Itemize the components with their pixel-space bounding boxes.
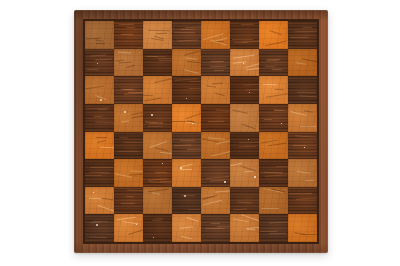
wear-mark (185, 57, 197, 60)
wear-mark (98, 204, 114, 212)
wear-mark (180, 169, 192, 170)
wear-mark (121, 89, 135, 91)
square-e1[interactable] (201, 214, 230, 242)
wear-mark (246, 67, 259, 71)
square-d4[interactable] (172, 132, 201, 160)
wear-mark (272, 69, 282, 70)
paint-speck (186, 98, 187, 99)
wear-mark (90, 167, 113, 168)
square-g3[interactable] (259, 159, 288, 187)
wear-mark (295, 136, 316, 138)
wear-mark (181, 163, 192, 166)
square-g5[interactable] (259, 104, 288, 132)
wear-mark (94, 116, 102, 117)
wear-mark (159, 60, 172, 61)
wear-mark (269, 233, 286, 234)
wear-mark (90, 222, 101, 224)
wear-mark (187, 61, 201, 64)
square-b5[interactable] (114, 104, 143, 132)
square-c1[interactable] (143, 214, 172, 242)
wear-mark (186, 112, 201, 119)
wear-mark (85, 174, 102, 175)
square-d2[interactable] (172, 187, 201, 215)
square-d6[interactable] (172, 76, 201, 104)
square-h2[interactable] (288, 187, 317, 215)
wear-mark (240, 165, 256, 171)
wear-mark (128, 228, 143, 235)
square-d3[interactable] (172, 159, 201, 187)
wear-mark (118, 151, 127, 152)
wear-mark (206, 85, 216, 87)
square-a3[interactable] (85, 159, 114, 187)
wear-mark (244, 171, 254, 173)
paint-speck (136, 224, 137, 225)
wear-mark (275, 89, 284, 90)
paint-speck (184, 195, 186, 197)
paint-speck (224, 181, 226, 183)
square-h8[interactable] (288, 21, 317, 49)
square-a7[interactable] (85, 49, 114, 77)
wear-mark (269, 222, 288, 224)
wear-mark (95, 122, 114, 124)
wear-mark (122, 221, 138, 224)
wear-mark (127, 189, 143, 191)
wear-mark (148, 30, 170, 32)
wear-mark (185, 121, 201, 126)
paint-speck (151, 114, 153, 116)
square-f6[interactable] (230, 76, 259, 104)
wear-mark (121, 203, 135, 204)
wear-mark (86, 38, 101, 40)
wear-mark (206, 228, 225, 229)
square-h5[interactable] (288, 104, 317, 132)
wear-mark (119, 137, 128, 138)
wear-mark (211, 61, 224, 62)
wear-mark (188, 208, 200, 210)
wear-mark (124, 92, 143, 94)
wear-mark (184, 50, 201, 57)
square-d5[interactable] (172, 104, 201, 132)
square-e4[interactable] (201, 132, 230, 160)
wear-mark (175, 79, 198, 81)
paint-speck (249, 92, 250, 93)
paint-speck (153, 237, 154, 238)
square-e8[interactable] (201, 21, 230, 49)
wear-mark (149, 123, 163, 125)
square-h7[interactable] (288, 49, 317, 77)
wear-mark (302, 58, 317, 63)
wear-mark (127, 151, 139, 153)
wear-mark (294, 232, 305, 235)
wear-mark (241, 214, 259, 222)
wear-mark (189, 88, 201, 89)
square-c7[interactable] (143, 49, 172, 77)
wear-mark (152, 220, 162, 221)
square-c6[interactable] (143, 76, 172, 104)
wear-mark (237, 202, 252, 204)
square-h6[interactable] (288, 76, 317, 104)
wear-mark (128, 92, 143, 93)
wear-mark (233, 209, 247, 211)
wear-mark (155, 147, 169, 152)
square-g1[interactable] (259, 214, 288, 242)
wear-mark (247, 229, 255, 230)
wear-mark (276, 166, 288, 167)
wear-mark (95, 95, 107, 100)
wear-mark (178, 40, 198, 42)
square-c3[interactable] (143, 159, 172, 187)
square-g2[interactable] (259, 187, 288, 215)
square-b4[interactable] (114, 132, 143, 160)
wear-mark (265, 66, 275, 68)
square-f5[interactable] (230, 104, 259, 132)
wear-mark (117, 217, 136, 221)
wear-mark (182, 194, 195, 195)
square-f3[interactable] (230, 159, 259, 187)
board-inner-border (83, 19, 319, 244)
square-d7[interactable] (172, 49, 201, 77)
wear-mark (90, 55, 106, 57)
board-squares-grid (85, 21, 317, 242)
wear-mark (210, 40, 227, 46)
square-f1[interactable] (230, 214, 259, 242)
wear-mark (266, 60, 279, 62)
wear-mark (211, 223, 220, 224)
wear-mark (268, 143, 286, 147)
wear-mark (154, 35, 164, 39)
wear-mark (271, 188, 286, 192)
wear-mark (172, 121, 194, 122)
wear-mark (124, 89, 132, 90)
wear-mark (304, 110, 313, 112)
wear-mark (155, 171, 167, 172)
paint-speck (281, 123, 282, 124)
wear-mark (90, 171, 110, 173)
square-a4[interactable] (85, 132, 114, 160)
square-f2[interactable] (230, 187, 259, 215)
wear-mark (148, 178, 167, 180)
wear-mark (119, 24, 134, 25)
wear-mark (160, 180, 172, 181)
wear-mark (246, 88, 259, 90)
wear-mark (150, 141, 167, 148)
paint-speck (180, 167, 182, 169)
wear-mark (206, 176, 229, 179)
wear-mark (116, 59, 125, 61)
wear-mark (232, 110, 247, 114)
wear-mark (151, 38, 164, 41)
wear-mark (95, 39, 103, 41)
wear-mark (264, 119, 272, 120)
wear-mark (185, 27, 201, 28)
wear-mark (126, 65, 135, 68)
square-b3[interactable] (114, 159, 143, 187)
wear-mark (244, 84, 259, 86)
square-e3[interactable] (201, 159, 230, 187)
wear-mark (216, 109, 230, 111)
wear-mark (266, 94, 288, 99)
square-e2[interactable] (201, 187, 230, 215)
photo-background (0, 0, 400, 266)
wear-mark (214, 70, 224, 71)
wear-mark (263, 188, 283, 193)
square-b1[interactable] (114, 214, 143, 242)
wear-mark (87, 69, 98, 71)
wear-mark (147, 55, 166, 57)
wear-mark (215, 41, 224, 43)
wear-mark (86, 86, 103, 90)
wear-mark (158, 58, 172, 59)
wear-mark (239, 142, 259, 143)
wear-mark (246, 61, 259, 68)
wear-mark (98, 109, 107, 110)
wear-mark (131, 115, 143, 119)
square-e6[interactable] (201, 76, 230, 104)
wear-mark (264, 171, 283, 173)
wear-mark (270, 30, 282, 35)
wear-mark (261, 208, 279, 209)
wear-mark (145, 122, 163, 124)
wear-mark (174, 144, 191, 146)
wear-mark (216, 139, 230, 145)
wear-mark (89, 236, 108, 238)
wear-mark (202, 138, 219, 142)
wear-mark (149, 182, 172, 185)
wear-mark (96, 137, 107, 138)
wear-mark (96, 43, 105, 44)
wear-mark (131, 110, 143, 115)
wear-mark (233, 61, 246, 64)
square-a6[interactable] (85, 76, 114, 104)
wear-mark (274, 109, 288, 111)
square-b8[interactable] (114, 21, 143, 49)
wear-mark (130, 171, 143, 173)
wear-mark (119, 62, 131, 64)
wear-mark (143, 95, 153, 96)
wear-mark (148, 188, 169, 192)
wear-mark (232, 39, 253, 40)
square-h3[interactable] (288, 159, 317, 187)
paint-speck (96, 224, 98, 226)
wear-mark (181, 236, 192, 240)
square-h4[interactable] (288, 132, 317, 160)
wear-mark (293, 145, 306, 146)
wear-mark (212, 83, 223, 85)
paint-speck (243, 63, 244, 64)
wear-mark (215, 37, 228, 41)
square-d8[interactable] (172, 21, 201, 49)
wear-mark (300, 126, 316, 127)
square-c4[interactable] (143, 132, 172, 160)
wear-mark (187, 120, 201, 127)
square-b6[interactable] (114, 76, 143, 104)
wear-mark (189, 81, 201, 82)
wear-mark (215, 92, 225, 96)
wear-mark (95, 58, 112, 60)
wear-mark (86, 108, 109, 110)
wear-mark (301, 126, 313, 127)
wear-mark (210, 180, 225, 182)
wear-mark (93, 221, 108, 222)
wear-mark (145, 121, 157, 123)
wear-mark (296, 197, 317, 199)
wear-mark (160, 151, 172, 155)
wear-mark (290, 111, 306, 116)
wear-mark (126, 196, 134, 197)
square-a2[interactable] (85, 187, 114, 215)
wear-mark (156, 33, 167, 34)
wear-mark (241, 24, 254, 26)
wear-mark (203, 199, 222, 204)
square-f7[interactable] (230, 49, 259, 77)
wear-mark (263, 84, 277, 86)
paint-speck (162, 163, 163, 164)
wear-mark (174, 32, 195, 34)
wear-mark (274, 110, 284, 111)
wear-mark (148, 125, 163, 127)
wear-mark (265, 41, 286, 47)
paint-speck (304, 147, 305, 148)
wear-mark (144, 97, 161, 101)
paint-speck (192, 123, 193, 124)
wear-mark (203, 33, 224, 40)
wear-mark (97, 140, 106, 143)
square-a5[interactable] (85, 104, 114, 132)
wear-mark (301, 234, 317, 235)
wear-mark (118, 51, 131, 53)
wear-mark (289, 193, 312, 194)
square-a8[interactable] (85, 21, 114, 49)
paint-speck (97, 63, 98, 64)
wear-mark (290, 37, 308, 38)
wear-mark (242, 124, 256, 130)
wear-mark (184, 69, 198, 73)
checkerboard (74, 10, 328, 253)
wear-mark (181, 29, 195, 31)
wear-mark (115, 173, 132, 178)
wear-mark (233, 54, 255, 58)
wear-mark (267, 58, 280, 60)
wear-mark (101, 198, 114, 202)
paint-speck (124, 111, 126, 113)
square-a1[interactable] (85, 214, 114, 242)
wear-mark (246, 226, 259, 229)
square-c2[interactable] (143, 187, 172, 215)
square-c5[interactable] (143, 104, 172, 132)
square-g4[interactable] (259, 132, 288, 160)
wear-mark (210, 65, 226, 66)
wear-mark (202, 196, 214, 199)
paint-speck (254, 176, 256, 178)
square-e7[interactable] (201, 49, 230, 77)
wear-mark (217, 226, 230, 227)
wear-mark (215, 190, 230, 192)
wear-mark (180, 139, 195, 141)
wear-mark (152, 193, 160, 195)
wear-mark (294, 31, 316, 32)
square-g6[interactable] (259, 76, 288, 104)
paint-speck (100, 99, 102, 101)
wear-mark (299, 96, 317, 98)
square-f4[interactable] (230, 132, 259, 160)
square-c8[interactable] (143, 21, 172, 49)
wear-mark (202, 195, 217, 201)
wear-mark (155, 218, 163, 219)
wear-mark (265, 174, 287, 176)
square-b7[interactable] (114, 49, 143, 77)
wear-mark (230, 163, 242, 167)
wear-mark (121, 121, 129, 123)
wear-mark (129, 173, 143, 175)
wear-mark (123, 142, 143, 144)
wear-mark (303, 27, 312, 28)
wear-mark (297, 92, 316, 93)
wear-mark (234, 42, 248, 44)
wear-mark (187, 149, 201, 150)
wear-mark (180, 226, 193, 228)
square-d1[interactable] (172, 214, 201, 242)
wear-mark (100, 147, 114, 148)
square-g7[interactable] (259, 49, 288, 77)
wear-mark (305, 180, 314, 181)
square-g8[interactable] (259, 21, 288, 49)
wear-mark (296, 62, 306, 65)
wear-mark (208, 137, 225, 140)
wear-mark (261, 139, 278, 143)
square-b2[interactable] (114, 187, 143, 215)
wear-mark (260, 231, 277, 232)
wear-mark (239, 146, 256, 147)
wear-mark (145, 56, 158, 58)
paint-speck (93, 192, 94, 193)
wear-mark (89, 197, 102, 199)
square-f8[interactable] (230, 21, 259, 49)
wear-mark (186, 217, 199, 222)
square-e5[interactable] (201, 104, 230, 132)
wear-mark (297, 171, 310, 174)
wear-mark (121, 34, 133, 35)
paint-speck (248, 139, 249, 140)
wear-mark (126, 27, 135, 28)
wear-mark (242, 40, 259, 43)
square-h1[interactable] (288, 214, 317, 242)
wear-mark (211, 151, 230, 157)
wear-mark (208, 121, 224, 123)
wear-mark (234, 218, 250, 222)
wear-mark (154, 78, 172, 83)
wear-mark (260, 172, 282, 174)
